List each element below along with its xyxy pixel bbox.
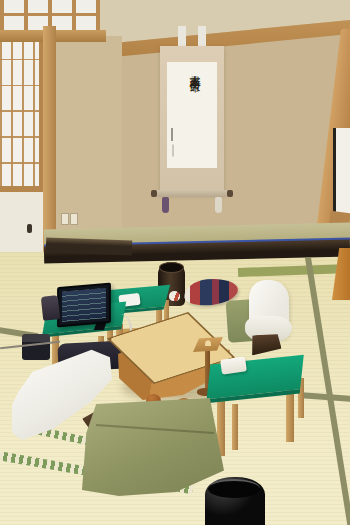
equipment-case bbox=[22, 334, 50, 360]
scroll-knob bbox=[227, 190, 233, 197]
scroll-calligraphy: 盡人事而待天命 bbox=[183, 66, 201, 166]
scroll-tassel bbox=[162, 197, 169, 213]
shogi-piece: 香 bbox=[111, 338, 112, 340]
scroll-knob bbox=[151, 190, 157, 197]
board-cell: 香 bbox=[110, 338, 113, 340]
black-stool bbox=[205, 477, 265, 525]
shoji-screen bbox=[0, 42, 44, 190]
wall-outlet bbox=[61, 213, 69, 225]
scroll-roller bbox=[155, 190, 229, 197]
scroll-tassel bbox=[215, 197, 222, 213]
demonstration-board bbox=[333, 128, 350, 216]
sliding-door bbox=[0, 192, 46, 260]
shogi-match-room: 盡人事而待天命 香桂銀金王金銀桂 bbox=[0, 0, 350, 525]
scroll-signature-marks bbox=[171, 128, 173, 141]
table-leg bbox=[286, 390, 294, 442]
table-leg bbox=[232, 404, 238, 450]
monitor-screen bbox=[62, 288, 106, 322]
speaker-box bbox=[41, 295, 60, 321]
door-handle bbox=[27, 224, 32, 233]
monitor bbox=[57, 283, 111, 328]
wall-outlet bbox=[70, 213, 78, 225]
left-step bbox=[46, 238, 132, 256]
teacup bbox=[169, 291, 180, 301]
